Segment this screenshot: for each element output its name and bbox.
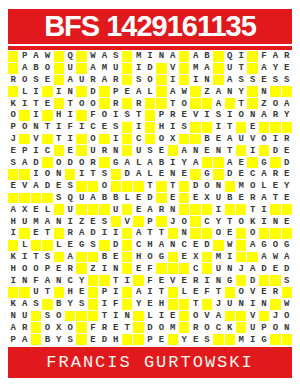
letter-cell: N (168, 169, 178, 180)
letter-cell: O (19, 263, 29, 274)
letter-cell: M (190, 63, 200, 74)
letter-cell: H (156, 122, 166, 133)
letter-cell: I (111, 287, 121, 298)
letter-cell: N (54, 275, 64, 286)
letter-cell: O (54, 311, 64, 322)
letter-cell: E (42, 98, 52, 109)
letter-cell: A (145, 157, 155, 168)
blocked-cell (111, 181, 121, 192)
letter-cell: R (111, 75, 121, 86)
letter-cell: H (8, 216, 18, 227)
blocked-cell (282, 334, 292, 345)
letter-cell: T (225, 216, 235, 227)
letter-cell: A (190, 51, 200, 62)
letter-cell: A (259, 193, 269, 204)
blocked-cell (270, 334, 280, 345)
letter-cell: V (202, 311, 212, 322)
letter-cell: D (282, 263, 292, 274)
letter-cell: Y (282, 110, 292, 121)
letter-cell: I (259, 216, 269, 227)
blocked-cell (133, 181, 143, 192)
letter-cell: T (65, 98, 75, 109)
letter-cell: U (225, 63, 235, 74)
letter-cell: D (225, 169, 235, 180)
blocked-cell (122, 63, 132, 74)
blocked-cell (190, 86, 200, 97)
letter-cell: M (31, 216, 41, 227)
letter-cell: W (88, 51, 98, 62)
letter-cell: Z (88, 263, 98, 274)
letter-cell: S (247, 75, 257, 86)
letter-cell: E (54, 263, 64, 274)
letter-cell: A (8, 322, 18, 333)
letter-cell: O (190, 311, 200, 322)
blocked-cell (31, 240, 41, 251)
blocked-cell (99, 275, 109, 286)
letter-cell: H (145, 240, 155, 251)
letter-cell: V (122, 216, 132, 227)
letter-cell: F (259, 51, 269, 62)
letter-cell: J (236, 263, 246, 274)
letter-cell: T (225, 145, 235, 156)
blocked-cell (179, 204, 189, 215)
letter-cell: I (111, 311, 121, 322)
letter-cell: L (145, 169, 155, 180)
letter-cell: E (225, 228, 235, 239)
letter-cell: C (88, 122, 98, 133)
letter-cell: N (111, 145, 121, 156)
blocked-cell (259, 275, 269, 286)
letter-cell: R (99, 145, 109, 156)
blocked-cell (31, 322, 41, 333)
letter-cell: S (179, 122, 189, 133)
blocked-cell (213, 240, 223, 251)
blocked-cell (225, 287, 235, 298)
letter-cell: I (54, 86, 64, 97)
letter-cell: N (270, 216, 280, 227)
blocked-cell (270, 228, 280, 239)
letter-cell: O (8, 110, 18, 121)
letter-cell: G (156, 252, 166, 263)
letter-cell: T (213, 287, 223, 298)
letter-cell: O (247, 181, 257, 192)
letter-cell: C (190, 263, 200, 274)
letter-cell: K (225, 322, 235, 333)
letter-cell: D (111, 240, 121, 251)
letter-cell: B (42, 334, 52, 345)
letter-cell: U (213, 193, 223, 204)
letter-cell: S (236, 75, 246, 86)
letter-cell: I (168, 157, 178, 168)
blocked-cell (122, 334, 132, 345)
letter-cell: U (19, 311, 29, 322)
letter-cell: Y (133, 299, 143, 310)
letter-cell: Y (213, 216, 223, 227)
blocked-cell (99, 134, 109, 145)
letter-cell: T (168, 98, 178, 109)
blocked-cell (236, 322, 246, 333)
blocked-cell (76, 322, 86, 333)
blocked-cell (8, 51, 18, 62)
letter-cell: U (236, 134, 246, 145)
letter-cell: S (42, 252, 52, 263)
letter-cell: N (54, 169, 64, 180)
blocked-cell (190, 216, 200, 227)
letter-cell: U (133, 145, 143, 156)
blocked-cell (282, 287, 292, 298)
blocked-cell (19, 228, 29, 239)
letter-cell: P (99, 287, 109, 298)
letter-cell: R (282, 51, 292, 62)
blocked-cell (156, 86, 166, 97)
letter-cell: W (225, 240, 235, 251)
letter-cell: I (111, 228, 121, 239)
blocked-cell (133, 322, 143, 333)
letter-cell: R (270, 169, 280, 180)
letter-cell: O (54, 157, 64, 168)
letter-cell: A (42, 216, 52, 227)
blocked-cell (122, 122, 132, 133)
letter-cell: I (65, 134, 75, 145)
letter-cell: W (270, 252, 280, 263)
blocked-cell (88, 181, 98, 192)
blocked-cell (76, 204, 86, 215)
letter-cell: P (259, 322, 269, 333)
letter-cell: U (88, 145, 98, 156)
letter-cell: A (122, 157, 132, 168)
letter-cell: S (88, 240, 98, 251)
letter-cell: O (202, 181, 212, 192)
letter-cell: T (190, 299, 200, 310)
letter-cell: U (111, 63, 121, 74)
letter-cell: P (19, 51, 29, 62)
blocked-cell (65, 311, 75, 322)
blocked-cell (145, 98, 155, 109)
blocked-cell (190, 98, 200, 109)
letter-cell: E (190, 193, 200, 204)
letter-cell: D (145, 193, 155, 204)
letter-cell: N (225, 86, 235, 97)
blocked-cell (122, 263, 132, 274)
blocked-cell (76, 181, 86, 192)
letter-cell: A (8, 204, 18, 215)
letter-cell: A (190, 157, 200, 168)
letter-cell: E (282, 169, 292, 180)
letter-cell: I (99, 263, 109, 274)
letter-cell: E (99, 122, 109, 133)
letter-cell: T (111, 275, 121, 286)
letter-cell: R (65, 228, 75, 239)
letter-cell: S (31, 75, 41, 86)
letter-cell: O (99, 181, 109, 192)
letter-cell: A (282, 98, 292, 109)
letter-cell: N (190, 145, 200, 156)
letter-cell: I (76, 122, 86, 133)
blocked-cell (31, 193, 41, 204)
blocked-cell (213, 63, 223, 74)
letter-cell: O (282, 311, 292, 322)
letter-cell: B (202, 51, 212, 62)
letter-cell: C (202, 216, 212, 227)
letter-cell: D (42, 181, 52, 192)
letter-cell: E (282, 193, 292, 204)
blocked-cell (202, 157, 212, 168)
blocked-cell (179, 134, 189, 145)
letter-cell: N (236, 299, 246, 310)
letter-cell: E (31, 204, 41, 215)
letter-cell: T (42, 122, 52, 133)
blocked-cell (122, 252, 132, 263)
blocked-cell (122, 181, 132, 192)
blocked-cell (202, 299, 212, 310)
blocked-cell (54, 63, 64, 74)
letter-cell: P (145, 334, 155, 345)
letter-cell: N (19, 275, 29, 286)
blocked-cell (179, 193, 189, 204)
letter-cell: E (76, 287, 86, 298)
letter-cell: E (168, 193, 178, 204)
blocked-cell (247, 252, 257, 263)
letter-cell: R (133, 98, 143, 109)
letter-cell: R (270, 287, 280, 298)
letter-cell: T (145, 228, 155, 239)
letter-cell: I (65, 216, 75, 227)
blocked-cell (88, 252, 98, 263)
blocked-cell (156, 263, 166, 274)
letter-cell: N (8, 311, 18, 322)
letter-cell: L (145, 86, 155, 97)
letter-cell: V (247, 134, 257, 145)
letter-cell: R (99, 322, 109, 333)
letter-cell: V (247, 287, 257, 298)
letter-cell: U (65, 63, 75, 74)
blocked-cell (8, 240, 18, 251)
letter-cell: X (202, 193, 212, 204)
letter-cell: A (76, 228, 86, 239)
blocked-cell (225, 181, 235, 192)
letter-cell: I (202, 275, 212, 286)
blocked-cell (88, 299, 98, 310)
blocked-cell (42, 299, 52, 310)
letter-cell: I (31, 145, 41, 156)
letter-cell: O (259, 134, 269, 145)
letter-cell: E (145, 299, 155, 310)
letter-cell: Y (179, 334, 189, 345)
blocked-cell (76, 134, 86, 145)
letter-cell: I (31, 86, 41, 97)
letter-cell: I (111, 134, 121, 145)
blocked-cell (213, 51, 223, 62)
blocked-cell (76, 252, 86, 263)
letter-cell: H (54, 110, 64, 121)
blocked-cell (202, 228, 212, 239)
letter-cell: E (247, 122, 257, 133)
letter-cell: P (8, 122, 18, 133)
letter-cell: E (179, 252, 189, 263)
letter-cell: N (156, 51, 166, 62)
blocked-cell (65, 169, 75, 180)
letter-cell: S (111, 122, 121, 133)
letter-cell: I (202, 110, 212, 121)
blocked-cell (247, 51, 257, 62)
letter-cell: N (247, 110, 257, 121)
letter-cell: O (19, 75, 29, 86)
blocked-cell (236, 228, 246, 239)
letter-cell: T (270, 193, 280, 204)
letter-cell: A (99, 75, 109, 86)
letter-cell: H (8, 263, 18, 274)
letter-cell: O (76, 157, 86, 168)
blocked-cell (76, 110, 86, 121)
letter-cell: A (156, 240, 166, 251)
letter-cell: D (270, 145, 280, 156)
letter-cell: T (225, 122, 235, 133)
letter-cell: F (145, 263, 155, 274)
letter-cell: Y (179, 157, 189, 168)
blocked-cell (202, 252, 212, 263)
blocked-cell (270, 122, 280, 133)
blocked-cell (190, 134, 200, 145)
blocked-cell (122, 75, 132, 86)
letter-cell: S (145, 145, 155, 156)
letter-cell: S (65, 181, 75, 192)
letter-cell: A (259, 169, 269, 180)
letter-cell: S (8, 157, 18, 168)
letter-cell: I (8, 275, 18, 286)
letter-cell: M (133, 51, 143, 62)
blocked-cell (270, 299, 280, 310)
letter-cell: D (202, 240, 212, 251)
letter-cell: E (179, 169, 189, 180)
letter-cell: H (156, 299, 166, 310)
letter-cell: O (236, 287, 246, 298)
letter-cell: K (8, 252, 18, 263)
letter-cell: N (179, 228, 189, 239)
letter-cell: D (247, 275, 257, 286)
letter-cell: M (236, 181, 246, 192)
letter-cell: N (111, 263, 121, 274)
blocked-cell (168, 228, 178, 239)
letter-cell: E (202, 145, 212, 156)
letter-cell: Z (259, 98, 269, 109)
blocked-cell (213, 75, 223, 86)
letter-cell: A (225, 157, 235, 168)
letter-cell: A (225, 75, 235, 86)
letter-cell: S (42, 311, 52, 322)
letter-cell: G (225, 275, 235, 286)
blocked-cell (133, 216, 143, 227)
blocked-cell (225, 311, 235, 322)
letter-cell: M (236, 334, 246, 345)
blocked-cell (156, 181, 166, 192)
blocked-cell (247, 86, 257, 97)
letter-cell: J (8, 134, 18, 145)
letter-cell: S (282, 75, 292, 86)
letter-cell: O (270, 240, 280, 251)
letter-cell: E (179, 275, 189, 286)
letter-cell: E (133, 193, 143, 204)
blocked-cell (202, 122, 212, 133)
letter-cell: E (282, 216, 292, 227)
letter-cell: I (168, 75, 178, 86)
letter-cell: N (168, 204, 178, 215)
letter-cell: O (99, 110, 109, 121)
letter-cell: X (190, 252, 200, 263)
blocked-cell (236, 275, 246, 286)
letter-cell: F (145, 275, 155, 286)
letter-cell: E (65, 145, 75, 156)
letter-cell: E (259, 75, 269, 86)
letter-cell: T (236, 63, 246, 74)
letter-cell: I (225, 110, 235, 121)
letter-cell: A (19, 157, 29, 168)
blocked-cell (122, 134, 132, 145)
letter-cell: A (213, 98, 223, 109)
letter-cell: E (282, 63, 292, 74)
blocked-cell (76, 311, 86, 322)
letter-cell: P (8, 334, 18, 345)
letter-cell: E (8, 181, 18, 192)
letter-cell: B (99, 193, 109, 204)
letter-cell: A (247, 263, 257, 274)
letter-cell: A (168, 51, 178, 62)
letter-cell: U (213, 263, 223, 274)
letter-cell: T (99, 311, 109, 322)
letter-cell: M (99, 63, 109, 74)
letter-cell: N (213, 275, 223, 286)
letter-cell: A (213, 311, 223, 322)
letter-cell: T (247, 204, 257, 215)
letter-cell: D (99, 334, 109, 345)
letter-cell: S (122, 110, 132, 121)
blocked-cell (145, 122, 155, 133)
letter-cell: C (65, 275, 75, 286)
letter-cell: I (259, 204, 269, 215)
letter-cell: U (19, 216, 29, 227)
letter-cell: E (156, 145, 166, 156)
letter-cell: E (88, 334, 98, 345)
blocked-cell (133, 311, 143, 322)
letter-cell: N (122, 311, 132, 322)
letter-cell: H (111, 334, 121, 345)
letter-cell: A (19, 299, 29, 310)
blocked-cell (54, 228, 64, 239)
blocked-cell (42, 134, 52, 145)
letter-cell: A (247, 240, 257, 251)
blocked-cell (190, 122, 200, 133)
letter-cell: I (247, 145, 257, 156)
letter-cell: G (282, 240, 292, 251)
blocked-cell (247, 63, 257, 74)
letter-cell: F (111, 299, 121, 310)
blocked-cell (8, 63, 18, 74)
letter-cell: R (190, 322, 200, 333)
letter-cell: Y (282, 181, 292, 192)
letter-cell: A (282, 252, 292, 263)
blocked-cell (42, 110, 52, 121)
letter-cell: V (19, 181, 29, 192)
letter-cell: R (270, 110, 280, 121)
letter-cell: G (76, 240, 86, 251)
letter-cell: E (156, 169, 166, 180)
blocked-cell (88, 204, 98, 215)
letter-cell: N (213, 145, 223, 156)
blocked-cell (54, 204, 64, 215)
letter-cell: V (190, 110, 200, 121)
letter-cell: E (111, 252, 121, 263)
letter-cell: A (133, 169, 143, 180)
letter-cell: O (179, 98, 189, 109)
